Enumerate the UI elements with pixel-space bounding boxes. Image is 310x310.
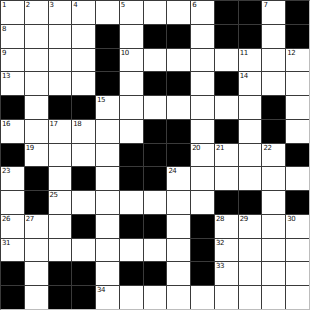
black-cell [215, 120, 238, 143]
white-cell[interactable] [25, 286, 48, 309]
white-cell[interactable] [72, 239, 95, 262]
white-cell[interactable] [72, 72, 95, 95]
white-cell[interactable]: 25 [49, 191, 72, 214]
clue-number: 17 [50, 120, 58, 128]
white-cell[interactable]: 10 [120, 49, 143, 72]
clue-number: 2 [26, 1, 30, 9]
white-cell[interactable]: 18 [72, 120, 95, 143]
white-cell[interactable] [191, 191, 214, 214]
black-cell [49, 96, 72, 119]
white-cell[interactable] [191, 96, 214, 119]
black-cell [239, 191, 262, 214]
white-cell[interactable] [120, 96, 143, 119]
black-cell [239, 25, 262, 48]
white-cell[interactable] [96, 239, 119, 262]
white-cell[interactable]: 33 [215, 262, 238, 285]
black-cell [144, 72, 167, 95]
white-cell[interactable] [262, 72, 285, 95]
clue-number: 15 [97, 96, 105, 104]
white-cell[interactable] [167, 96, 190, 119]
white-cell[interactable]: 1 [1, 1, 24, 24]
black-cell [262, 96, 285, 119]
white-cell[interactable]: 28 [215, 215, 238, 238]
clue-number: 3 [50, 1, 54, 9]
white-cell[interactable] [96, 191, 119, 214]
black-cell [49, 262, 72, 285]
black-cell [96, 72, 119, 95]
white-cell[interactable] [49, 25, 72, 48]
white-cell[interactable] [96, 215, 119, 238]
black-cell [191, 215, 214, 238]
white-cell[interactable]: 8 [1, 25, 24, 48]
white-cell[interactable]: 27 [25, 215, 48, 238]
white-cell[interactable] [167, 191, 190, 214]
clue-number: 9 [2, 49, 6, 57]
black-cell [239, 1, 262, 24]
crossword-board: 1234567891011121314151617181920212223242… [0, 0, 310, 310]
black-cell [215, 72, 238, 95]
white-cell[interactable] [49, 167, 72, 190]
white-cell[interactable]: 21 [215, 144, 238, 167]
white-cell[interactable] [144, 1, 167, 24]
clue-number: 27 [26, 215, 34, 223]
black-cell [120, 215, 143, 238]
black-cell [191, 262, 214, 285]
white-cell[interactable] [25, 239, 48, 262]
clue-number: 14 [240, 72, 248, 80]
white-cell[interactable] [215, 49, 238, 72]
white-cell[interactable] [1, 191, 24, 214]
black-cell [215, 25, 238, 48]
clue-number: 23 [2, 167, 10, 175]
white-cell[interactable]: 9 [1, 49, 24, 72]
white-cell[interactable] [96, 1, 119, 24]
white-cell[interactable]: 20 [191, 144, 214, 167]
black-cell [144, 262, 167, 285]
white-cell[interactable]: 15 [96, 96, 119, 119]
white-cell[interactable] [286, 120, 309, 143]
white-cell[interactable] [239, 262, 262, 285]
white-cell[interactable] [262, 262, 285, 285]
clue-number: 12 [287, 49, 295, 57]
clue-number: 11 [240, 49, 248, 57]
white-cell[interactable] [120, 191, 143, 214]
clue-number: 28 [216, 215, 224, 223]
white-cell[interactable] [191, 25, 214, 48]
clue-number: 1 [2, 1, 6, 9]
white-cell[interactable] [286, 239, 309, 262]
black-cell [72, 167, 95, 190]
black-cell [167, 72, 190, 95]
white-cell[interactable] [167, 215, 190, 238]
white-cell[interactable] [25, 262, 48, 285]
white-cell[interactable]: 17 [49, 120, 72, 143]
white-cell[interactable] [25, 72, 48, 95]
white-cell[interactable] [96, 262, 119, 285]
white-cell[interactable] [144, 191, 167, 214]
white-cell[interactable] [72, 49, 95, 72]
black-cell [167, 25, 190, 48]
black-cell [215, 1, 238, 24]
white-cell[interactable] [215, 167, 238, 190]
clue-number: 24 [168, 167, 176, 175]
white-cell[interactable] [120, 239, 143, 262]
white-cell[interactable] [25, 120, 48, 143]
black-cell [120, 144, 143, 167]
black-cell [286, 1, 309, 24]
white-cell[interactable] [239, 120, 262, 143]
white-cell[interactable] [262, 25, 285, 48]
black-cell [1, 286, 24, 309]
clue-number: 22 [263, 144, 271, 152]
white-cell[interactable]: 13 [1, 72, 24, 95]
white-cell[interactable] [96, 144, 119, 167]
white-cell[interactable] [25, 25, 48, 48]
white-cell[interactable] [191, 167, 214, 190]
black-cell [144, 144, 167, 167]
black-cell [1, 96, 24, 119]
clue-number: 5 [121, 1, 125, 9]
white-cell[interactable] [167, 1, 190, 24]
white-cell[interactable] [49, 215, 72, 238]
white-cell[interactable]: 31 [1, 239, 24, 262]
white-cell[interactable] [286, 286, 309, 309]
black-cell [144, 25, 167, 48]
white-cell[interactable]: 5 [120, 1, 143, 24]
white-cell[interactable] [49, 144, 72, 167]
black-cell [286, 25, 309, 48]
white-cell[interactable] [239, 286, 262, 309]
white-cell[interactable]: 22 [262, 144, 285, 167]
clue-number: 21 [216, 144, 224, 152]
white-cell[interactable] [262, 191, 285, 214]
white-cell[interactable] [167, 262, 190, 285]
white-cell[interactable] [96, 167, 119, 190]
white-cell[interactable] [286, 96, 309, 119]
white-cell[interactable]: 26 [1, 215, 24, 238]
clue-number: 29 [240, 215, 248, 223]
clue-number: 4 [73, 1, 77, 9]
white-cell[interactable] [262, 239, 285, 262]
white-cell[interactable] [239, 96, 262, 119]
white-cell[interactable] [286, 72, 309, 95]
black-cell [49, 286, 72, 309]
white-cell[interactable] [239, 144, 262, 167]
black-cell [72, 262, 95, 285]
white-cell[interactable]: 7 [262, 1, 285, 24]
white-cell[interactable] [191, 286, 214, 309]
white-cell[interactable] [120, 286, 143, 309]
white-cell[interactable]: 6 [191, 1, 214, 24]
white-cell[interactable] [49, 72, 72, 95]
white-cell[interactable] [120, 72, 143, 95]
black-cell [167, 120, 190, 143]
white-cell[interactable] [215, 286, 238, 309]
clue-number: 16 [2, 120, 10, 128]
white-cell[interactable] [72, 25, 95, 48]
clue-number: 26 [2, 215, 10, 223]
white-cell[interactable]: 34 [96, 286, 119, 309]
white-cell[interactable] [49, 49, 72, 72]
white-cell[interactable]: 4 [72, 1, 95, 24]
white-cell[interactable] [72, 144, 95, 167]
clue-number: 34 [97, 286, 105, 294]
white-cell[interactable] [167, 286, 190, 309]
white-cell[interactable]: 2 [25, 1, 48, 24]
white-cell[interactable] [96, 120, 119, 143]
white-cell[interactable] [25, 49, 48, 72]
white-cell[interactable]: 12 [286, 49, 309, 72]
white-cell[interactable] [49, 239, 72, 262]
black-cell [286, 144, 309, 167]
white-cell[interactable] [191, 72, 214, 95]
white-cell[interactable] [215, 96, 238, 119]
white-cell[interactable]: 24 [167, 167, 190, 190]
black-cell [72, 215, 95, 238]
clue-number: 33 [216, 262, 224, 270]
black-cell [72, 96, 95, 119]
black-cell [215, 191, 238, 214]
clue-number: 30 [287, 215, 295, 223]
white-cell[interactable]: 14 [239, 72, 262, 95]
black-cell [120, 262, 143, 285]
white-cell[interactable] [144, 96, 167, 119]
white-cell[interactable]: 3 [49, 1, 72, 24]
white-cell[interactable]: 23 [1, 167, 24, 190]
white-cell[interactable]: 19 [25, 144, 48, 167]
black-cell [96, 25, 119, 48]
white-cell[interactable]: 30 [286, 215, 309, 238]
white-cell[interactable] [167, 239, 190, 262]
white-cell[interactable] [144, 49, 167, 72]
clue-number: 32 [216, 239, 224, 247]
black-cell [25, 191, 48, 214]
white-cell[interactable]: 11 [239, 49, 262, 72]
black-cell [1, 144, 24, 167]
black-cell [120, 167, 143, 190]
black-cell [72, 286, 95, 309]
clue-number: 7 [263, 1, 267, 9]
white-cell[interactable] [167, 49, 190, 72]
white-cell[interactable] [262, 49, 285, 72]
black-cell [25, 167, 48, 190]
clue-number: 25 [50, 191, 58, 199]
black-cell [167, 144, 190, 167]
white-cell[interactable] [262, 215, 285, 238]
white-cell[interactable] [72, 191, 95, 214]
white-cell[interactable] [286, 167, 309, 190]
black-cell [286, 191, 309, 214]
black-cell [1, 262, 24, 285]
black-cell [144, 120, 167, 143]
black-cell [144, 167, 167, 190]
black-cell [96, 49, 119, 72]
white-cell[interactable] [239, 239, 262, 262]
white-cell[interactable] [191, 120, 214, 143]
white-cell[interactable] [144, 286, 167, 309]
white-cell[interactable] [120, 25, 143, 48]
white-cell[interactable] [144, 239, 167, 262]
clue-number: 10 [121, 49, 129, 57]
clue-number: 8 [2, 25, 6, 33]
white-cell[interactable] [120, 120, 143, 143]
white-cell[interactable] [25, 96, 48, 119]
white-cell[interactable] [191, 49, 214, 72]
clue-number: 6 [192, 1, 196, 9]
clue-number: 31 [2, 239, 10, 247]
white-cell[interactable]: 29 [239, 215, 262, 238]
clue-number: 18 [73, 120, 81, 128]
clue-number: 20 [192, 144, 200, 152]
white-cell[interactable]: 16 [1, 120, 24, 143]
black-cell [144, 215, 167, 238]
black-cell [262, 120, 285, 143]
white-cell[interactable] [262, 286, 285, 309]
white-cell[interactable]: 32 [215, 239, 238, 262]
clue-number: 19 [26, 144, 34, 152]
white-cell[interactable] [262, 167, 285, 190]
white-cell[interactable] [239, 167, 262, 190]
clue-number: 13 [2, 72, 10, 80]
white-cell[interactable] [286, 262, 309, 285]
black-cell [191, 239, 214, 262]
